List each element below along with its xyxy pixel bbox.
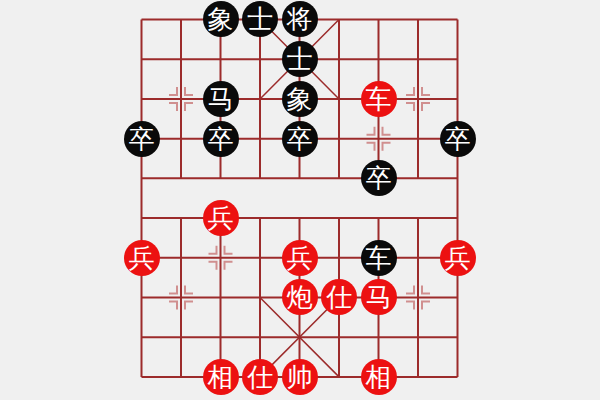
black-soldier[interactable]: 卒 [440,121,476,157]
red-horse[interactable]: 马 [361,279,397,315]
red-elephant[interactable]: 相 [361,359,397,395]
black-soldier[interactable]: 卒 [203,121,239,157]
red-advisor[interactable]: 仕 [321,279,357,315]
black-soldier[interactable]: 卒 [282,121,318,157]
black-general[interactable]: 将 [282,1,318,37]
black-soldier[interactable]: 卒 [361,160,397,196]
red-soldier[interactable]: 兵 [282,240,318,276]
black-advisor[interactable]: 士 [242,1,278,37]
black-elephant[interactable]: 象 [282,81,318,117]
red-soldier[interactable]: 兵 [124,240,160,276]
board-pieces[interactable]: 象士将士马象车卒卒卒卒卒兵兵兵车兵炮仕马相仕帅相 [122,0,478,397]
red-general[interactable]: 帅 [282,359,318,395]
black-soldier[interactable]: 卒 [124,121,160,157]
red-soldier[interactable]: 兵 [203,200,239,236]
red-soldier[interactable]: 兵 [440,240,476,276]
black-elephant[interactable]: 象 [203,1,239,37]
red-elephant[interactable]: 相 [203,359,239,395]
red-chariot[interactable]: 车 [361,81,397,117]
black-horse[interactable]: 马 [203,81,239,117]
black-advisor[interactable]: 士 [282,41,318,77]
red-advisor[interactable]: 仕 [242,359,278,395]
red-cannon[interactable]: 炮 [282,279,318,315]
black-chariot[interactable]: 车 [361,240,397,276]
xiangqi-board: 象士将士马象车卒卒卒卒卒兵兵兵车兵炮仕马相仕帅相 [0,0,600,400]
